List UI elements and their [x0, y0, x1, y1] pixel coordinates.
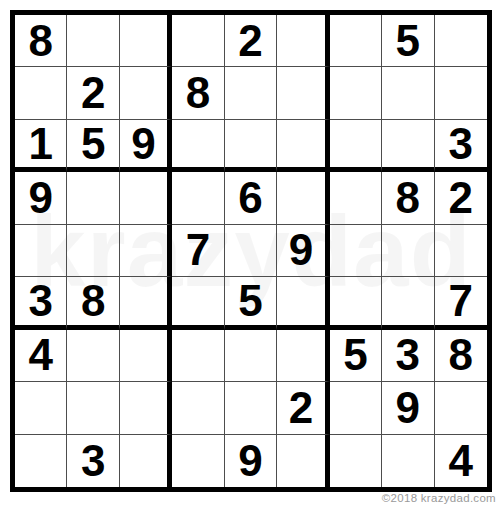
cell-r3c8[interactable]: [382, 120, 434, 172]
cell-r7c1[interactable]: 4: [15, 330, 67, 382]
cell-r1c5[interactable]: 2: [225, 15, 277, 67]
cell-r4c9[interactable]: 2: [435, 172, 487, 224]
cell-r3c1[interactable]: 1: [15, 120, 67, 172]
cell-r2c6[interactable]: [277, 67, 329, 119]
cell-r3c4[interactable]: [172, 120, 224, 172]
cell-r5c6[interactable]: 9: [277, 225, 329, 277]
cell-r6c5[interactable]: 5: [225, 277, 277, 329]
cell-r3c3[interactable]: 9: [120, 120, 172, 172]
sudoku-page: krazydad 8252815939682793857453829394 ©2…: [0, 0, 500, 510]
cell-r1c9[interactable]: [435, 15, 487, 67]
cell-r8c3[interactable]: [120, 382, 172, 434]
cell-r9c2[interactable]: 3: [67, 435, 119, 487]
sudoku-board: krazydad 8252815939682793857453829394: [10, 10, 492, 492]
cell-r2c7[interactable]: [330, 67, 382, 119]
cell-r1c2[interactable]: [67, 15, 119, 67]
cell-r2c3[interactable]: [120, 67, 172, 119]
cell-r6c4[interactable]: [172, 277, 224, 329]
cell-r2c9[interactable]: [435, 67, 487, 119]
cell-r8c6[interactable]: 2: [277, 382, 329, 434]
cell-r5c2[interactable]: [67, 225, 119, 277]
cell-r3c6[interactable]: [277, 120, 329, 172]
cell-r1c7[interactable]: [330, 15, 382, 67]
cell-r2c4[interactable]: 8: [172, 67, 224, 119]
cell-r4c2[interactable]: [67, 172, 119, 224]
cell-r3c2[interactable]: 5: [67, 120, 119, 172]
cell-r1c3[interactable]: [120, 15, 172, 67]
cell-r1c4[interactable]: [172, 15, 224, 67]
cell-r6c2[interactable]: 8: [67, 277, 119, 329]
cell-r7c3[interactable]: [120, 330, 172, 382]
cell-r5c7[interactable]: [330, 225, 382, 277]
cell-r7c8[interactable]: 3: [382, 330, 434, 382]
cell-r4c6[interactable]: [277, 172, 329, 224]
cell-r8c5[interactable]: [225, 382, 277, 434]
sudoku-grid: 8252815939682793857453829394: [15, 15, 487, 487]
cell-r9c3[interactable]: [120, 435, 172, 487]
cell-r5c1[interactable]: [15, 225, 67, 277]
cell-r5c8[interactable]: [382, 225, 434, 277]
cell-r9c5[interactable]: 9: [225, 435, 277, 487]
cell-r7c4[interactable]: [172, 330, 224, 382]
cell-r4c4[interactable]: [172, 172, 224, 224]
cell-r1c8[interactable]: 5: [382, 15, 434, 67]
cell-r8c4[interactable]: [172, 382, 224, 434]
cell-r9c4[interactable]: [172, 435, 224, 487]
cell-r7c2[interactable]: [67, 330, 119, 382]
cell-r8c8[interactable]: 9: [382, 382, 434, 434]
cell-r4c8[interactable]: 8: [382, 172, 434, 224]
cell-r4c5[interactable]: 6: [225, 172, 277, 224]
cell-r1c6[interactable]: [277, 15, 329, 67]
cell-r2c8[interactable]: [382, 67, 434, 119]
cell-r8c9[interactable]: [435, 382, 487, 434]
cell-r5c9[interactable]: [435, 225, 487, 277]
cell-r6c1[interactable]: 3: [15, 277, 67, 329]
cell-r9c9[interactable]: 4: [435, 435, 487, 487]
cell-r3c9[interactable]: 3: [435, 120, 487, 172]
cell-r6c3[interactable]: [120, 277, 172, 329]
cell-r4c1[interactable]: 9: [15, 172, 67, 224]
cell-r4c3[interactable]: [120, 172, 172, 224]
cell-r6c9[interactable]: 7: [435, 277, 487, 329]
cell-r8c1[interactable]: [15, 382, 67, 434]
cell-r9c8[interactable]: [382, 435, 434, 487]
cell-r3c7[interactable]: [330, 120, 382, 172]
cell-r2c1[interactable]: [15, 67, 67, 119]
cell-r9c6[interactable]: [277, 435, 329, 487]
cell-r2c5[interactable]: [225, 67, 277, 119]
cell-r2c2[interactable]: 2: [67, 67, 119, 119]
cell-r7c9[interactable]: 8: [435, 330, 487, 382]
cell-r9c1[interactable]: [15, 435, 67, 487]
cell-r6c6[interactable]: [277, 277, 329, 329]
cell-r5c5[interactable]: [225, 225, 277, 277]
cell-r6c8[interactable]: [382, 277, 434, 329]
cell-r7c6[interactable]: [277, 330, 329, 382]
cell-r1c1[interactable]: 8: [15, 15, 67, 67]
cell-r9c7[interactable]: [330, 435, 382, 487]
cell-r4c7[interactable]: [330, 172, 382, 224]
cell-r7c5[interactable]: [225, 330, 277, 382]
cell-r6c7[interactable]: [330, 277, 382, 329]
copyright-text: ©2018 krazydad.com: [382, 492, 496, 504]
cell-r7c7[interactable]: 5: [330, 330, 382, 382]
cell-r8c7[interactable]: [330, 382, 382, 434]
cell-r5c3[interactable]: [120, 225, 172, 277]
cell-r3c5[interactable]: [225, 120, 277, 172]
cell-r8c2[interactable]: [67, 382, 119, 434]
cell-r5c4[interactable]: 7: [172, 225, 224, 277]
